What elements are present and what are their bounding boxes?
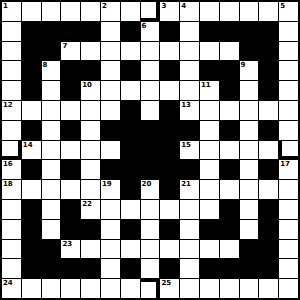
cell-r3c9[interactable] — [180, 61, 199, 80]
cell-r11c1 — [22, 220, 41, 239]
cell-r6c6 — [121, 121, 140, 140]
cell-r8c7 — [141, 160, 160, 179]
cell-r9c11[interactable] — [220, 180, 239, 199]
cell-r6c12[interactable] — [240, 121, 259, 140]
cell-r10c2[interactable] — [42, 200, 61, 219]
cell-r9c2[interactable] — [42, 180, 61, 199]
cell-r2c10[interactable] — [200, 42, 219, 61]
cell-r10c12[interactable] — [240, 200, 259, 219]
cell-r9c10[interactable] — [200, 180, 219, 199]
cell-r12c9[interactable] — [180, 240, 199, 259]
cell-r10c8[interactable] — [160, 200, 179, 219]
cell-r12c14[interactable] — [279, 240, 298, 259]
cell-r11c10 — [200, 220, 219, 239]
cell-r3c5[interactable] — [101, 61, 120, 80]
cell-r14c14[interactable] — [279, 279, 298, 298]
cell-r1c2 — [42, 22, 61, 41]
clue-number: 5 — [280, 2, 285, 10]
cell-r10c4[interactable]: 22 — [81, 200, 100, 219]
cell-r6c10[interactable] — [200, 121, 219, 140]
cell-r7c14[interactable] — [279, 141, 298, 160]
cell-r5c2[interactable] — [42, 101, 61, 120]
cell-r5c0[interactable]: 12 — [2, 101, 21, 120]
cell-r0c10[interactable] — [200, 2, 219, 21]
cell-r0c1[interactable] — [22, 2, 41, 21]
cell-r6c7 — [141, 121, 160, 140]
cell-r10c13 — [259, 200, 278, 219]
cell-r14c0[interactable]: 24 — [2, 279, 21, 298]
cell-r4c9[interactable] — [180, 81, 199, 100]
cell-r7c8 — [160, 141, 179, 160]
cell-r6c0[interactable] — [2, 121, 21, 140]
cell-r12c2 — [42, 240, 61, 259]
cell-r0c3[interactable] — [61, 2, 80, 21]
cell-r12c7[interactable] — [141, 240, 160, 259]
cell-r0c11[interactable] — [220, 2, 239, 21]
cell-r3c11 — [220, 61, 239, 80]
cell-r4c2[interactable] — [42, 81, 61, 100]
cell-r4c11 — [220, 81, 239, 100]
cell-r1c9[interactable] — [180, 22, 199, 41]
cell-r2c5[interactable] — [101, 42, 120, 61]
cell-r4c14[interactable] — [279, 81, 298, 100]
cell-r0c7[interactable] — [141, 2, 160, 21]
cell-r2c2 — [42, 42, 61, 61]
cell-r11c9[interactable] — [180, 220, 199, 239]
cell-r2c0[interactable] — [2, 42, 21, 61]
clue-number: 13 — [181, 101, 191, 109]
cell-r0c13[interactable] — [259, 2, 278, 21]
cell-r4c10[interactable]: 11 — [200, 81, 219, 100]
cell-r2c14[interactable] — [279, 42, 298, 61]
cell-r3c13 — [259, 61, 278, 80]
cell-r1c3 — [61, 22, 80, 41]
cell-r1c12 — [240, 22, 259, 41]
cell-r8c13 — [259, 160, 278, 179]
cell-r9c8 — [160, 180, 179, 199]
clue-number: 18 — [3, 180, 13, 188]
cell-r5c10[interactable] — [200, 101, 219, 120]
cell-r14c9[interactable] — [180, 279, 199, 298]
cell-r3c0[interactable] — [2, 61, 21, 80]
cell-r4c13 — [259, 81, 278, 100]
cell-r9c13[interactable] — [259, 180, 278, 199]
cell-r7c9[interactable]: 15 — [180, 141, 199, 160]
clue-number: 15 — [181, 141, 191, 149]
cell-r3c7[interactable] — [141, 61, 160, 80]
cell-r3c14[interactable] — [279, 61, 298, 80]
cell-r1c13 — [259, 22, 278, 41]
cell-r3c4 — [81, 61, 100, 80]
cell-r2c7[interactable] — [141, 42, 160, 61]
cell-r2c4[interactable] — [81, 42, 100, 61]
cell-r3c10 — [200, 61, 219, 80]
cell-r3c3 — [61, 61, 80, 80]
cell-r2c12 — [240, 42, 259, 61]
clue-number: 8 — [43, 61, 48, 69]
clue-number: 4 — [181, 2, 186, 10]
cell-r13c7[interactable] — [141, 259, 160, 278]
cell-r11c0[interactable] — [2, 220, 21, 239]
cell-r11c6 — [121, 220, 140, 239]
cell-r2c13 — [259, 42, 278, 61]
clue-number: 24 — [3, 279, 13, 287]
cell-r7c10[interactable] — [200, 141, 219, 160]
cell-r0c9[interactable]: 4 — [180, 2, 199, 21]
cell-r2c9[interactable] — [180, 42, 199, 61]
cell-r9c14[interactable] — [279, 180, 298, 199]
cell-r11c13 — [259, 220, 278, 239]
cell-r8c0[interactable]: 16 — [2, 160, 21, 179]
cell-r13c11 — [220, 259, 239, 278]
cell-r10c11 — [220, 200, 239, 219]
cell-r1c4 — [81, 22, 100, 41]
cell-r7c6 — [121, 141, 140, 160]
cell-r4c8[interactable] — [160, 81, 179, 100]
cell-r11c4 — [81, 220, 100, 239]
cell-r8c1 — [22, 160, 41, 179]
clue-number: 11 — [201, 81, 211, 89]
cell-r2c3[interactable]: 7 — [61, 42, 80, 61]
cell-r14c2[interactable] — [42, 279, 61, 298]
cell-r1c10 — [200, 22, 219, 41]
cell-r5c12[interactable] — [240, 101, 259, 120]
cell-r13c1 — [22, 259, 41, 278]
cell-r6c8 — [160, 121, 179, 140]
cell-r7c13[interactable] — [259, 141, 278, 160]
cell-r6c5 — [101, 121, 120, 140]
clue-number: 2 — [102, 2, 107, 10]
cell-r0c12[interactable] — [240, 2, 259, 21]
cell-r10c7[interactable] — [141, 200, 160, 219]
cell-r13c14[interactable] — [279, 259, 298, 278]
clue-number: 22 — [82, 200, 92, 208]
cell-r13c13 — [259, 259, 278, 278]
cell-r0c0[interactable]: 1 — [2, 2, 21, 21]
cell-r12c1 — [22, 240, 41, 259]
cell-r10c9[interactable] — [180, 200, 199, 219]
cell-r9c4[interactable] — [81, 180, 100, 199]
cell-r14c13[interactable] — [259, 279, 278, 298]
clue-number: 9 — [241, 61, 246, 69]
cell-r12c4[interactable] — [81, 240, 100, 259]
cell-r10c14[interactable] — [279, 200, 298, 219]
cell-r12c8[interactable] — [160, 240, 179, 259]
cell-r5c3[interactable] — [61, 101, 80, 120]
cell-r1c7[interactable]: 6 — [141, 22, 160, 41]
cell-r5c4[interactable] — [81, 101, 100, 120]
cell-r5c11[interactable] — [220, 101, 239, 120]
cell-r7c7 — [141, 141, 160, 160]
cell-r4c0[interactable] — [2, 81, 21, 100]
cell-r1c14[interactable] — [279, 22, 298, 41]
cell-r8c5 — [101, 160, 120, 179]
cell-r5c6 — [121, 101, 140, 120]
cell-r6c2[interactable] — [42, 121, 61, 140]
cell-r10c0[interactable] — [2, 200, 21, 219]
cell-r5c9[interactable]: 13 — [180, 101, 199, 120]
cell-r14c11[interactable] — [220, 279, 239, 298]
cell-r5c13[interactable] — [259, 101, 278, 120]
cell-r7c4[interactable] — [81, 141, 100, 160]
cell-r0c2[interactable] — [42, 2, 61, 21]
cell-r6c11 — [220, 121, 239, 140]
clue-number: 6 — [142, 22, 147, 30]
cell-r2c11[interactable] — [220, 42, 239, 61]
cell-r14c7[interactable] — [141, 279, 160, 298]
cell-r14c8[interactable]: 25 — [160, 279, 179, 298]
cell-r11c5[interactable] — [101, 220, 120, 239]
cell-r12c3[interactable]: 23 — [61, 240, 80, 259]
cell-r0c14[interactable]: 5 — [279, 2, 298, 21]
cell-r9c9[interactable]: 21 — [180, 180, 199, 199]
cell-r12c0[interactable] — [2, 240, 21, 259]
cell-r9c0[interactable]: 18 — [2, 180, 21, 199]
cell-r4c3 — [61, 81, 80, 100]
clue-number: 12 — [3, 101, 13, 109]
cell-r4c4[interactable]: 10 — [81, 81, 100, 100]
cell-r11c11 — [220, 220, 239, 239]
clue-number: 21 — [181, 180, 191, 188]
cell-r12c5[interactable] — [101, 240, 120, 259]
cell-r14c10[interactable] — [200, 279, 219, 298]
cell-r7c5[interactable] — [101, 141, 120, 160]
cell-r7c0[interactable] — [2, 141, 21, 160]
cell-r0c4[interactable] — [81, 2, 100, 21]
clue-number: 16 — [3, 160, 13, 168]
cell-r8c3 — [61, 160, 80, 179]
cell-r8c10[interactable] — [200, 160, 219, 179]
cell-r5c8 — [160, 101, 179, 120]
cell-r3c2[interactable]: 8 — [42, 61, 61, 80]
cell-r8c2[interactable] — [42, 160, 61, 179]
cell-r4c5[interactable] — [101, 81, 120, 100]
cell-r14c12[interactable] — [240, 279, 259, 298]
cell-r5c5[interactable] — [101, 101, 120, 120]
cell-r1c11 — [220, 22, 239, 41]
cell-r12c12 — [240, 240, 259, 259]
cell-r8c11 — [220, 160, 239, 179]
cell-r2c1 — [22, 42, 41, 61]
cell-r9c7[interactable]: 20 — [141, 180, 160, 199]
cell-r14c6[interactable] — [121, 279, 140, 298]
cell-r6c3 — [61, 121, 80, 140]
cell-r10c1 — [22, 200, 41, 219]
clue-number: 17 — [280, 160, 290, 168]
cell-r3c1 — [22, 61, 41, 80]
cell-r8c9 — [180, 160, 199, 179]
cell-r9c3[interactable] — [61, 180, 80, 199]
cell-r11c3 — [61, 220, 80, 239]
cell-r4c1 — [22, 81, 41, 100]
cell-r11c14[interactable] — [279, 220, 298, 239]
cell-r13c3 — [61, 259, 80, 278]
cell-r4c7[interactable] — [141, 81, 160, 100]
cell-r6c14[interactable] — [279, 121, 298, 140]
cell-r3c12[interactable]: 9 — [240, 61, 259, 80]
cell-r14c4[interactable] — [81, 279, 100, 298]
cell-r10c10[interactable] — [200, 200, 219, 219]
cell-r13c10 — [200, 259, 219, 278]
cell-r4c6[interactable] — [121, 81, 140, 100]
clue-number: 3 — [161, 2, 166, 10]
cell-r12c13 — [259, 240, 278, 259]
cell-r11c2[interactable] — [42, 220, 61, 239]
cell-r10c6[interactable] — [121, 200, 140, 219]
cell-r14c1[interactable] — [22, 279, 41, 298]
cell-r7c11[interactable] — [220, 141, 239, 160]
cell-r13c2 — [42, 259, 61, 278]
cell-r9c12[interactable] — [240, 180, 259, 199]
cell-r10c3 — [61, 200, 80, 219]
crossword-board: 1234567891011121314151617181920212223242… — [0, 0, 300, 300]
cell-r14c5[interactable] — [101, 279, 120, 298]
cell-r8c12[interactable] — [240, 160, 259, 179]
clue-number: 10 — [82, 81, 92, 89]
cell-r9c6 — [121, 180, 140, 199]
clue-number: 7 — [62, 42, 67, 50]
cell-r13c8 — [160, 259, 179, 278]
cell-r0c6[interactable] — [121, 2, 140, 21]
cell-r7c12[interactable] — [240, 141, 259, 160]
cell-r13c4 — [81, 259, 100, 278]
cell-r2c6[interactable] — [121, 42, 140, 61]
clue-number: 23 — [62, 240, 72, 248]
cell-r8c4[interactable] — [81, 160, 100, 179]
cell-r1c0[interactable] — [2, 22, 21, 41]
cell-r9c5[interactable]: 19 — [101, 180, 120, 199]
cell-r13c9[interactable] — [180, 259, 199, 278]
cell-r8c8 — [160, 160, 179, 179]
cell-r8c6 — [121, 160, 140, 179]
cell-r12c6[interactable] — [121, 240, 140, 259]
cell-r11c7[interactable] — [141, 220, 160, 239]
clue-number: 25 — [161, 279, 171, 287]
cell-r0c8[interactable]: 3 — [160, 2, 179, 21]
cell-r14c3[interactable] — [61, 279, 80, 298]
cell-r1c8 — [160, 22, 179, 41]
cell-r12c11[interactable] — [220, 240, 239, 259]
cell-r4c12[interactable] — [240, 81, 259, 100]
cell-r1c5[interactable] — [101, 22, 120, 41]
cell-r11c12[interactable] — [240, 220, 259, 239]
clue-number: 1 — [3, 2, 8, 10]
cell-r5c1[interactable] — [22, 101, 41, 120]
cell-r7c1[interactable]: 14 — [22, 141, 41, 160]
cell-r3c8 — [160, 61, 179, 80]
cell-r5c7[interactable] — [141, 101, 160, 120]
cell-r5c14[interactable] — [279, 101, 298, 120]
clue-number: 14 — [23, 141, 33, 149]
cell-r6c9 — [180, 121, 199, 140]
cell-r0c5[interactable]: 2 — [101, 2, 120, 21]
cell-r10c5[interactable] — [101, 200, 120, 219]
cell-r9c1[interactable] — [22, 180, 41, 199]
cell-r1c6 — [121, 22, 140, 41]
cell-r13c6 — [121, 259, 140, 278]
cell-r13c12 — [240, 259, 259, 278]
cell-r11c8 — [160, 220, 179, 239]
cell-r13c5[interactable] — [101, 259, 120, 278]
cell-r12c10[interactable] — [200, 240, 219, 259]
cell-r3c6 — [121, 61, 140, 80]
cell-r8c14[interactable]: 17 — [279, 160, 298, 179]
clue-number: 19 — [102, 180, 112, 188]
clue-number: 20 — [142, 180, 152, 188]
cell-r6c4[interactable] — [81, 121, 100, 140]
cell-r7c2[interactable] — [42, 141, 61, 160]
cell-r6c1 — [22, 121, 41, 140]
cell-r6c13 — [259, 121, 278, 140]
cell-r2c8[interactable] — [160, 42, 179, 61]
cell-r1c1 — [22, 22, 41, 41]
cell-r7c3[interactable] — [61, 141, 80, 160]
cell-r13c0[interactable] — [2, 259, 21, 278]
